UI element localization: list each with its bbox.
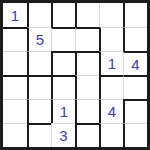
cell-r4c0-region-c[interactable] bbox=[3, 99, 27, 123]
puzzle-board: 1514143 bbox=[0, 0, 150, 150]
cell-r3c0-region-c[interactable] bbox=[3, 75, 27, 99]
cell-r2c2-region-h[interactable] bbox=[51, 51, 75, 75]
cell-r2c1-region-d[interactable] bbox=[27, 51, 51, 75]
cell-r4c2-region-k[interactable]: 1 bbox=[51, 99, 75, 123]
cell-r3c2-region-k[interactable] bbox=[51, 75, 75, 99]
cell-r5c5-region-m[interactable] bbox=[123, 123, 147, 147]
given-digit: 4 bbox=[108, 104, 116, 119]
cell-r5c3-region-n[interactable] bbox=[75, 123, 99, 147]
cell-r1c5-region-g[interactable] bbox=[123, 27, 147, 51]
given-digit: 1 bbox=[60, 104, 68, 119]
cell-r5c1-region-k[interactable] bbox=[27, 123, 51, 147]
cell-r4c1-region-j[interactable] bbox=[27, 99, 51, 123]
cell-r2c0-region-b[interactable] bbox=[3, 51, 27, 75]
cell-r0c5-region-g[interactable] bbox=[123, 3, 147, 27]
cell-r3c1-region-j[interactable] bbox=[27, 75, 51, 99]
given-digit: 1 bbox=[11, 8, 19, 23]
cell-r1c1-region-d[interactable]: 5 bbox=[27, 27, 51, 51]
cell-r0c2-region-e[interactable] bbox=[51, 3, 75, 27]
cell-r5c0-region-c[interactable] bbox=[3, 123, 27, 147]
cell-r2c4-region-f[interactable]: 1 bbox=[99, 51, 123, 75]
cell-r3c3-region-i[interactable] bbox=[75, 75, 99, 99]
cell-r3c4-region-l[interactable] bbox=[99, 75, 123, 99]
cell-r0c1-region-d[interactable] bbox=[27, 3, 51, 27]
cell-r4c4-region-l[interactable]: 4 bbox=[99, 99, 123, 123]
given-digit: 1 bbox=[108, 56, 116, 71]
cell-r5c4-region-l[interactable] bbox=[99, 123, 123, 147]
cell-r1c3-region-d[interactable] bbox=[75, 27, 99, 51]
cell-r5c2-region-k[interactable]: 3 bbox=[51, 123, 75, 147]
cell-r1c0-region-b[interactable] bbox=[3, 27, 27, 51]
cell-r1c4-region-f[interactable] bbox=[99, 27, 123, 51]
cell-r0c0-region-a[interactable]: 1 bbox=[3, 3, 27, 27]
cell-r4c5-region-m[interactable] bbox=[123, 99, 147, 123]
cell-r0c3-region-f[interactable] bbox=[75, 3, 99, 27]
cell-r1c2-region-d[interactable] bbox=[51, 27, 75, 51]
cell-r2c3-region-i[interactable] bbox=[75, 51, 99, 75]
given-digit: 3 bbox=[59, 128, 67, 143]
cell-r0c4-region-f[interactable] bbox=[99, 3, 123, 27]
given-digit: 5 bbox=[36, 32, 44, 47]
cell-r4c3-region-i[interactable] bbox=[75, 99, 99, 123]
cell-r3c5-region-l[interactable] bbox=[123, 75, 147, 99]
given-digit: 4 bbox=[131, 57, 139, 72]
cell-r2c5-region-f[interactable]: 4 bbox=[123, 51, 147, 75]
